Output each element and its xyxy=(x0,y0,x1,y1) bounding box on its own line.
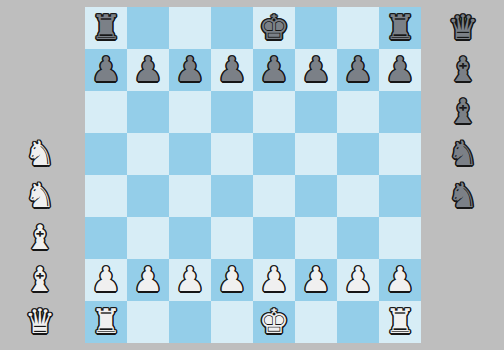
square-f6[interactable] xyxy=(295,91,337,133)
square-e6[interactable] xyxy=(253,91,295,133)
black-piece-tray: ♛♝♝♞♞ xyxy=(442,7,484,343)
black-tray-slot-7 xyxy=(442,301,484,343)
piece-white-rook[interactable]: ♜ xyxy=(385,304,415,338)
piece-black-rook[interactable]: ♜ xyxy=(91,10,121,44)
square-b6[interactable] xyxy=(127,91,169,133)
piece-black-king[interactable]: ♚ xyxy=(259,10,289,44)
square-c3[interactable] xyxy=(169,217,211,259)
piece-black-queen[interactable]: ♛ xyxy=(448,10,478,44)
square-f5[interactable] xyxy=(295,133,337,175)
square-c7[interactable]: ♟ xyxy=(169,49,211,91)
square-h2[interactable]: ♟ xyxy=(379,259,421,301)
square-c2[interactable]: ♟ xyxy=(169,259,211,301)
piece-black-rook[interactable]: ♜ xyxy=(385,10,415,44)
chess-app: ♞♞♝♝♛ ♜♚♜♟♟♟♟♟♟♟♟♟♟♟♟♟♟♟♟♜♚♜ ♛♝♝♞♞ xyxy=(0,0,504,350)
square-b3[interactable] xyxy=(127,217,169,259)
square-d6[interactable] xyxy=(211,91,253,133)
piece-white-king[interactable]: ♚ xyxy=(259,304,289,338)
black-tray-slot-0: ♛ xyxy=(442,7,484,49)
square-d1[interactable] xyxy=(211,301,253,343)
square-e7[interactable]: ♟ xyxy=(253,49,295,91)
white-tray-slot-1 xyxy=(19,49,61,91)
square-d7[interactable]: ♟ xyxy=(211,49,253,91)
white-tray-slot-2 xyxy=(19,91,61,133)
square-a4[interactable] xyxy=(85,175,127,217)
square-g5[interactable] xyxy=(337,133,379,175)
piece-white-pawn[interactable]: ♟ xyxy=(385,262,415,296)
square-a5[interactable] xyxy=(85,133,127,175)
square-d8[interactable] xyxy=(211,7,253,49)
square-f8[interactable] xyxy=(295,7,337,49)
square-f7[interactable]: ♟ xyxy=(295,49,337,91)
piece-black-bishop[interactable]: ♝ xyxy=(448,52,478,86)
square-g1[interactable] xyxy=(337,301,379,343)
black-tray-slot-1: ♝ xyxy=(442,49,484,91)
piece-white-bishop[interactable]: ♝ xyxy=(25,220,55,254)
square-g2[interactable]: ♟ xyxy=(337,259,379,301)
piece-white-queen[interactable]: ♛ xyxy=(25,304,55,338)
square-g7[interactable]: ♟ xyxy=(337,49,379,91)
piece-white-pawn[interactable]: ♟ xyxy=(175,262,205,296)
piece-white-pawn[interactable]: ♟ xyxy=(301,262,331,296)
square-h5[interactable] xyxy=(379,133,421,175)
piece-black-pawn[interactable]: ♟ xyxy=(259,52,289,86)
square-h1[interactable]: ♜ xyxy=(379,301,421,343)
square-d3[interactable] xyxy=(211,217,253,259)
square-d2[interactable]: ♟ xyxy=(211,259,253,301)
square-a7[interactable]: ♟ xyxy=(85,49,127,91)
white-tray-slot-7: ♛ xyxy=(19,301,61,343)
square-b8[interactable] xyxy=(127,7,169,49)
square-e5[interactable] xyxy=(253,133,295,175)
piece-white-pawn[interactable]: ♟ xyxy=(259,262,289,296)
square-f2[interactable]: ♟ xyxy=(295,259,337,301)
square-h8[interactable]: ♜ xyxy=(379,7,421,49)
white-tray-slot-4: ♞ xyxy=(19,175,61,217)
square-h6[interactable] xyxy=(379,91,421,133)
black-tray-slot-4: ♞ xyxy=(442,175,484,217)
black-tray-slot-3: ♞ xyxy=(442,133,484,175)
square-d5[interactable] xyxy=(211,133,253,175)
square-e3[interactable] xyxy=(253,217,295,259)
square-c5[interactable] xyxy=(169,133,211,175)
square-d4[interactable] xyxy=(211,175,253,217)
piece-white-rook[interactable]: ♜ xyxy=(91,304,121,338)
square-c8[interactable] xyxy=(169,7,211,49)
chess-board: ♜♚♜♟♟♟♟♟♟♟♟♟♟♟♟♟♟♟♟♜♚♜ xyxy=(85,7,421,343)
square-c6[interactable] xyxy=(169,91,211,133)
piece-black-pawn[interactable]: ♟ xyxy=(343,52,373,86)
square-f3[interactable] xyxy=(295,217,337,259)
square-e2[interactable]: ♟ xyxy=(253,259,295,301)
square-b5[interactable] xyxy=(127,133,169,175)
piece-black-bishop[interactable]: ♝ xyxy=(448,94,478,128)
white-piece-tray: ♞♞♝♝♛ xyxy=(19,7,61,343)
piece-black-pawn[interactable]: ♟ xyxy=(133,52,163,86)
square-e8[interactable]: ♚ xyxy=(253,7,295,49)
piece-black-pawn[interactable]: ♟ xyxy=(301,52,331,86)
square-h7[interactable]: ♟ xyxy=(379,49,421,91)
piece-black-pawn[interactable]: ♟ xyxy=(91,52,121,86)
square-f4[interactable] xyxy=(295,175,337,217)
square-f1[interactable] xyxy=(295,301,337,343)
square-b1[interactable] xyxy=(127,301,169,343)
black-tray-slot-5 xyxy=(442,217,484,259)
square-h3[interactable] xyxy=(379,217,421,259)
square-h4[interactable] xyxy=(379,175,421,217)
square-c4[interactable] xyxy=(169,175,211,217)
white-tray-slot-3: ♞ xyxy=(19,133,61,175)
square-g4[interactable] xyxy=(337,175,379,217)
square-b2[interactable]: ♟ xyxy=(127,259,169,301)
square-a3[interactable] xyxy=(85,217,127,259)
piece-white-pawn[interactable]: ♟ xyxy=(343,262,373,296)
square-a6[interactable] xyxy=(85,91,127,133)
square-g3[interactable] xyxy=(337,217,379,259)
piece-black-pawn[interactable]: ♟ xyxy=(385,52,415,86)
square-a8[interactable]: ♜ xyxy=(85,7,127,49)
piece-black-knight[interactable]: ♞ xyxy=(448,136,478,170)
piece-white-pawn[interactable]: ♟ xyxy=(133,262,163,296)
square-b4[interactable] xyxy=(127,175,169,217)
piece-white-bishop[interactable]: ♝ xyxy=(25,262,55,296)
square-a2[interactable]: ♟ xyxy=(85,259,127,301)
piece-black-pawn[interactable]: ♟ xyxy=(175,52,205,86)
piece-black-knight[interactable]: ♞ xyxy=(448,178,478,212)
square-c1[interactable] xyxy=(169,301,211,343)
square-g8[interactable] xyxy=(337,7,379,49)
piece-white-knight[interactable]: ♞ xyxy=(25,178,55,212)
piece-white-knight[interactable]: ♞ xyxy=(25,136,55,170)
white-tray-slot-6: ♝ xyxy=(19,259,61,301)
square-e1[interactable]: ♚ xyxy=(253,301,295,343)
square-a1[interactable]: ♜ xyxy=(85,301,127,343)
piece-white-pawn[interactable]: ♟ xyxy=(217,262,247,296)
square-b7[interactable]: ♟ xyxy=(127,49,169,91)
black-tray-slot-6 xyxy=(442,259,484,301)
piece-black-pawn[interactable]: ♟ xyxy=(217,52,247,86)
square-g6[interactable] xyxy=(337,91,379,133)
square-e4[interactable] xyxy=(253,175,295,217)
white-tray-slot-0 xyxy=(19,7,61,49)
piece-white-pawn[interactable]: ♟ xyxy=(91,262,121,296)
white-tray-slot-5: ♝ xyxy=(19,217,61,259)
black-tray-slot-2: ♝ xyxy=(442,91,484,133)
